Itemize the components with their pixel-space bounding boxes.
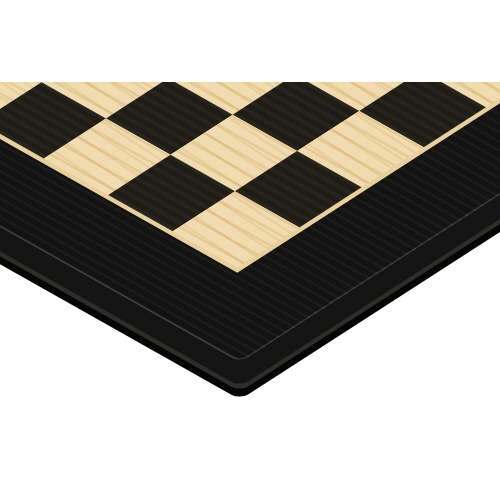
chessboard-product-photo (0, 0, 500, 500)
photo-crop-white-band (0, 0, 500, 82)
